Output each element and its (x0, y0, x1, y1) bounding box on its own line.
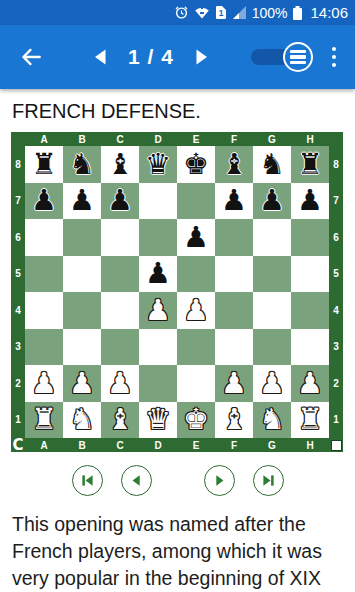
black-pawn-piece: ♟ (145, 259, 171, 288)
square-g8[interactable]: ♞ (253, 146, 291, 183)
white-pawn-piece: ♟ (107, 369, 133, 398)
square-f8[interactable]: ♝ (215, 146, 253, 183)
white-pawn-piece: ♟ (221, 369, 247, 398)
rank-label: 8 (11, 146, 25, 183)
square-h5[interactable] (291, 256, 329, 293)
page-title: FRENCH DEFENSE. (0, 89, 355, 132)
square-g6[interactable] (253, 219, 291, 256)
square-c8[interactable]: ♝ (101, 146, 139, 183)
white-pawn-piece: ♟ (259, 369, 285, 398)
square-g2[interactable]: ♟ (253, 365, 291, 402)
square-g7[interactable]: ♟ (253, 183, 291, 220)
svg-text:1: 1 (218, 8, 223, 18)
square-g5[interactable] (253, 256, 291, 293)
black-pawn-piece: ♟ (259, 186, 285, 215)
white-pawn-piece: ♟ (145, 296, 171, 325)
white-knight-piece: ♞ (259, 405, 285, 434)
file-label: E (177, 438, 215, 452)
file-label: H (291, 132, 329, 146)
battery-icon (292, 5, 303, 21)
square-a1[interactable]: ♜ (25, 402, 63, 439)
black-pawn-piece: ♟ (69, 186, 95, 215)
rank-label: 5 (11, 256, 25, 293)
square-f7[interactable]: ♟ (215, 183, 253, 220)
square-h3[interactable] (291, 329, 329, 366)
square-c1[interactable]: ♝ (101, 402, 139, 439)
square-f2[interactable]: ♟ (215, 365, 253, 402)
square-d5[interactable]: ♟ (139, 256, 177, 293)
file-label: B (63, 438, 101, 452)
square-b1[interactable]: ♞ (63, 402, 101, 439)
black-pawn-piece: ♟ (183, 223, 209, 252)
rank-label: 8 (329, 146, 343, 183)
file-label: E (177, 132, 215, 146)
black-queen-piece: ♛ (145, 150, 171, 179)
square-a4[interactable] (25, 292, 63, 329)
wifi-icon (194, 5, 210, 20)
square-e2[interactable] (177, 365, 215, 402)
skip-to-end-button[interactable] (253, 465, 284, 496)
board-view-toggle[interactable] (251, 42, 313, 72)
square-h8[interactable]: ♜ (291, 146, 329, 183)
black-bishop-piece: ♝ (107, 150, 133, 179)
square-b7[interactable]: ♟ (63, 183, 101, 220)
square-b4[interactable] (63, 292, 101, 329)
white-to-move-square (331, 440, 342, 451)
square-g3[interactable] (253, 329, 291, 366)
square-d2[interactable] (139, 365, 177, 402)
square-h6[interactable] (291, 219, 329, 256)
rank-labels-right: 87654321 (329, 146, 343, 438)
rank-label: 6 (11, 219, 25, 256)
square-f1[interactable]: ♝ (215, 402, 253, 439)
board-corner (329, 132, 343, 146)
white-pawn-piece: ♟ (297, 369, 323, 398)
black-rook-piece: ♜ (31, 150, 57, 179)
page-indicator: 1 / 4 (128, 45, 174, 69)
rank-label: 4 (329, 292, 343, 329)
move-navigation (0, 465, 355, 496)
square-c2[interactable]: ♟ (101, 365, 139, 402)
rank-label: 5 (329, 256, 343, 293)
next-move-button[interactable] (204, 465, 235, 496)
white-queen-piece: ♛ (145, 405, 171, 434)
black-pawn-piece: ♟ (221, 186, 247, 215)
chevron-left-icon[interactable] (88, 44, 114, 70)
file-label: A (25, 438, 63, 452)
square-a5[interactable] (25, 256, 63, 293)
toggle-thumb-lines-icon (283, 42, 313, 72)
square-d8[interactable]: ♛ (139, 146, 177, 183)
file-label: F (215, 132, 253, 146)
rank-label: 1 (329, 402, 343, 439)
square-a8[interactable]: ♜ (25, 146, 63, 183)
rank-label: 7 (329, 183, 343, 220)
square-b5[interactable] (63, 256, 101, 293)
app-screen: 1 100% 14:06 1 / 4 (0, 0, 355, 592)
square-b6[interactable] (63, 219, 101, 256)
rank-label: 7 (11, 183, 25, 220)
alarm-icon (174, 5, 189, 20)
rank-labels-left: 87654321 (11, 146, 25, 438)
variation-pager: 1 / 4 (88, 44, 214, 70)
white-pawn-piece: ♟ (31, 369, 57, 398)
square-c6[interactable] (101, 219, 139, 256)
square-d7[interactable] (139, 183, 177, 220)
square-d6[interactable] (139, 219, 177, 256)
square-c7[interactable]: ♟ (101, 183, 139, 220)
chevron-right-icon[interactable] (188, 44, 214, 70)
square-g4[interactable] (253, 292, 291, 329)
square-c4[interactable] (101, 292, 139, 329)
square-h4[interactable] (291, 292, 329, 329)
rank-label: 3 (329, 329, 343, 366)
chess-board: ABCDEFGH 87654321 ♜♞♝♛♚♝♞♜♟♟♟♟♟♟♟♟♟♟♟♟♟♟… (11, 132, 343, 452)
rank-label: 4 (11, 292, 25, 329)
toolbar: 1 / 4 (0, 25, 355, 89)
black-rook-piece: ♜ (297, 150, 323, 179)
square-f3[interactable] (215, 329, 253, 366)
file-label: A (25, 132, 63, 146)
white-king-piece: ♚ (183, 405, 209, 434)
cell-signal-icon (232, 5, 247, 20)
board-corner (11, 132, 25, 146)
rank-label: 3 (11, 329, 25, 366)
white-knight-piece: ♞ (69, 405, 95, 434)
board-logo: C (11, 438, 25, 452)
square-f4[interactable] (215, 292, 253, 329)
side-to-move-indicator (329, 438, 343, 452)
black-pawn-piece: ♟ (107, 186, 133, 215)
square-e5[interactable] (177, 256, 215, 293)
black-pawn-piece: ♟ (31, 186, 57, 215)
square-e8[interactable]: ♚ (177, 146, 215, 183)
status-bar: 1 100% 14:06 (0, 0, 355, 25)
square-a6[interactable] (25, 219, 63, 256)
file-label: D (139, 132, 177, 146)
square-b3[interactable] (63, 329, 101, 366)
skip-to-start-button[interactable] (72, 465, 103, 496)
square-d3[interactable] (139, 329, 177, 366)
rank-label: 1 (11, 402, 25, 439)
black-knight-piece: ♞ (69, 150, 95, 179)
square-e4[interactable]: ♟ (177, 292, 215, 329)
file-labels-top: ABCDEFGH (25, 132, 329, 146)
square-f5[interactable] (215, 256, 253, 293)
clock-label: 14:06 (310, 4, 348, 21)
square-d1[interactable]: ♛ (139, 402, 177, 439)
white-pawn-piece: ♟ (183, 296, 209, 325)
rank-label: 6 (329, 219, 343, 256)
square-d4[interactable]: ♟ (139, 292, 177, 329)
white-pawn-piece: ♟ (69, 369, 95, 398)
logo-c: C (12, 436, 23, 454)
black-king-piece: ♚ (183, 150, 209, 179)
square-f6[interactable] (215, 219, 253, 256)
square-e7[interactable] (177, 183, 215, 220)
file-label: G (253, 438, 291, 452)
square-a2[interactable]: ♟ (25, 365, 63, 402)
square-e6[interactable]: ♟ (177, 219, 215, 256)
file-label: D (139, 438, 177, 452)
square-a7[interactable]: ♟ (25, 183, 63, 220)
opening-description: This opening was named after the French … (12, 511, 343, 592)
white-rook-piece: ♜ (31, 405, 57, 434)
sim-card-1-icon: 1 (215, 5, 227, 20)
file-labels-bottom: ABCDEFGH (25, 438, 329, 452)
black-pawn-piece: ♟ (297, 186, 323, 215)
file-label: F (215, 438, 253, 452)
battery-percent-label: 100% (252, 5, 288, 21)
square-e1[interactable]: ♚ (177, 402, 215, 439)
file-label: G (253, 132, 291, 146)
file-label: B (63, 132, 101, 146)
square-h7[interactable]: ♟ (291, 183, 329, 220)
white-rook-piece: ♜ (297, 405, 323, 434)
square-b2[interactable]: ♟ (63, 365, 101, 402)
board-squares: ♜♞♝♛♚♝♞♜♟♟♟♟♟♟♟♟♟♟♟♟♟♟♟♟♜♞♝♛♚♝♞♜ (25, 146, 329, 438)
square-c5[interactable] (101, 256, 139, 293)
square-b8[interactable]: ♞ (63, 146, 101, 183)
white-bishop-piece: ♝ (107, 405, 133, 434)
file-label: H (291, 438, 329, 452)
rank-label: 2 (11, 365, 25, 402)
black-bishop-piece: ♝ (221, 150, 247, 179)
square-a3[interactable] (25, 329, 63, 366)
white-bishop-piece: ♝ (221, 405, 247, 434)
square-c3[interactable] (101, 329, 139, 366)
square-e3[interactable] (177, 329, 215, 366)
previous-move-button[interactable] (121, 465, 152, 496)
square-h1[interactable]: ♜ (291, 402, 329, 439)
black-knight-piece: ♞ (259, 150, 285, 179)
rank-label: 2 (329, 365, 343, 402)
square-h2[interactable]: ♟ (291, 365, 329, 402)
square-g1[interactable]: ♞ (253, 402, 291, 439)
overflow-menu-icon[interactable] (327, 40, 341, 74)
back-button[interactable] (14, 40, 48, 74)
file-label: C (101, 132, 139, 146)
file-label: C (101, 438, 139, 452)
